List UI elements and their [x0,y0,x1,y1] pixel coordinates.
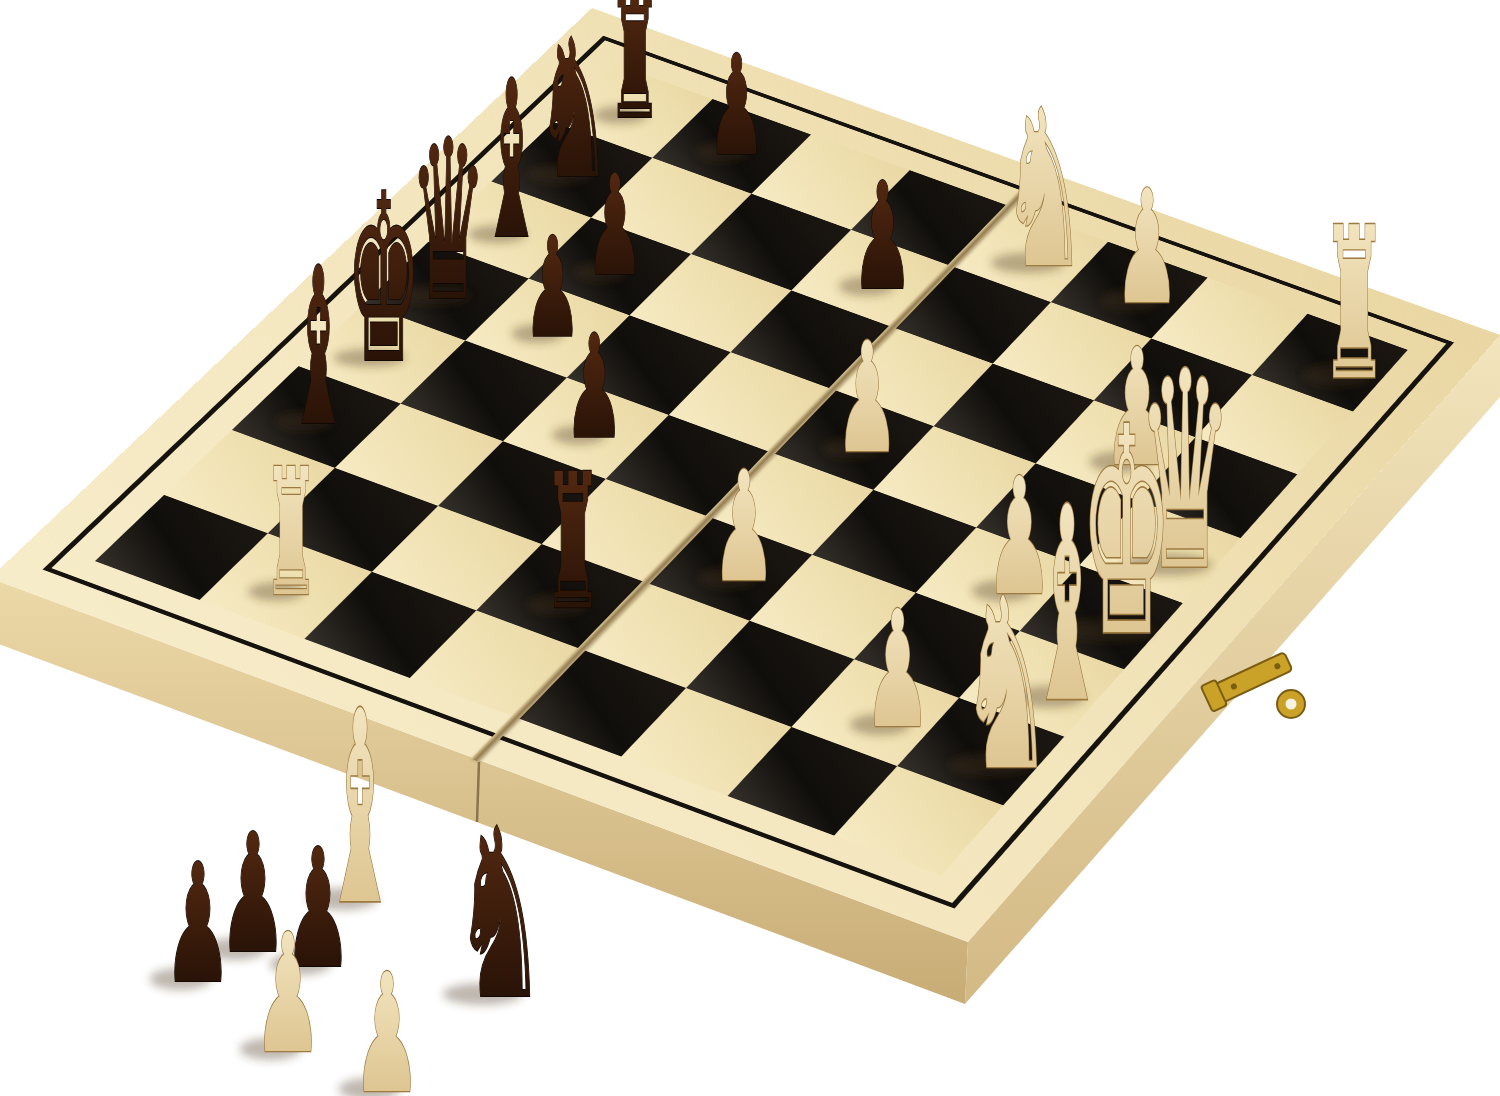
captured-piece-white-pawn-6[interactable]: ♟ [352,939,421,1096]
piece-black-king-e8[interactable]: ♚ [346,144,422,414]
captured-piece-black-knight-4[interactable]: ♞ [454,779,547,1052]
piece-black-rook-g5[interactable]: ♜ [543,433,602,650]
piece-white-rook-h7[interactable]: ♜ [263,431,318,635]
piece-black-pawn-b5[interactable]: ♟ [851,151,913,322]
piece-white-pawn-f4[interactable]: ♟ [712,438,776,616]
piece-white-pawn-g2[interactable]: ♟ [863,577,931,765]
piece-white-rook-a1[interactable]: ♜ [1321,182,1387,426]
piece-white-pawn-d4[interactable]: ♟ [835,309,899,487]
piece-white-pawn-a3[interactable]: ♟ [1114,156,1180,339]
piece-white-knight-g1[interactable]: ♞ [959,547,1053,822]
captured-piece-black-pawn-0[interactable]: ♟ [163,829,232,1020]
captured-piece-white-pawn-5[interactable]: ♟ [253,899,322,1090]
piece-white-knight-a4[interactable]: ♞ [1001,63,1087,316]
piece-black-rook-a8[interactable]: ♜ [608,0,661,157]
chess-set-photo: ♜♟♞♝♞♟♟♛♟♟♚♜♝♟♟♟♛♟♟♜♜♚♝♟♞♝♟♟♟♞♟♟ [0,0,1500,1096]
piece-black-pawn-a7[interactable]: ♟ [707,25,766,188]
piece-black-pawn-c7[interactable]: ♟ [586,145,645,308]
pieces-layer: ♜♟♞♝♞♟♟♛♟♟♚♜♝♟♟♟♛♟♟♜♜♚♝♟♞♝♟♟♟♞♟♟ [0,0,1500,1096]
